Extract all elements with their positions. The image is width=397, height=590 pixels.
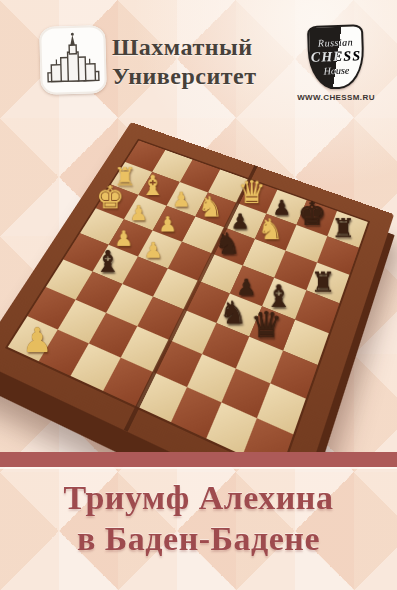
chess-house-text-house: House (324, 66, 350, 77)
university-logo (39, 25, 107, 95)
white-pawn-d3: ♟ (136, 240, 169, 262)
cover-photo: ♛♟♚♜♜♝♟♞♟♞♚♟♟♞♜♟♟♟♝♝♞♛ ♟ (0, 110, 397, 455)
chess-house-text-russian: Russian (318, 37, 353, 48)
university-name: Шахматный Университет (112, 34, 256, 92)
black-knight-e6: ♞ (215, 297, 251, 328)
white-bishop-b2: ♝ (137, 172, 168, 200)
chess-board: ♛♟♚♜♜♝♟♞♟♞♚♟♟♞♜♟♟♟♝♝♞♛ (7, 141, 367, 455)
white-pawn-c2: ♟ (122, 203, 154, 224)
accent-band (0, 452, 397, 467)
black-bishop-e2: ♝ (90, 247, 124, 277)
white-knight-b6: ♞ (254, 215, 287, 244)
white-king-c1: ♚ (94, 181, 126, 213)
black-rook-c8: ♜ (305, 268, 339, 295)
book-title: Триумф Алехина в Баден-Бадене (0, 477, 397, 559)
board-frame: ♛♟♚♜♜♝♟♞♟♞♚♟♟♞♜♟♟♟♝♝♞♛ (0, 122, 394, 455)
chess-house-url: WWW.CHESSM.RU (290, 93, 382, 102)
book-title-line2: в Баден-Бадене (0, 518, 397, 559)
black-rook-a8: ♜ (326, 215, 359, 241)
university-building-icon (44, 31, 101, 88)
white-knight-b4: ♞ (194, 193, 226, 221)
chess-house-logo: Russian CHESS House (307, 24, 365, 90)
university-name-line1: Шахматный (112, 34, 253, 60)
white-pawn-c3: ♟ (151, 214, 183, 235)
chess-house-text-chess: CHESS (311, 49, 362, 65)
chess-house-shield: Russian CHESS House (307, 24, 365, 90)
black-king-a7: ♚ (295, 197, 327, 229)
book-title-line1: Триумф Алехина (0, 477, 397, 518)
white-pawn-b3: ♟ (165, 190, 197, 210)
black-knight-c5: ♞ (210, 229, 243, 258)
university-name-line2: Университет (112, 63, 256, 89)
black-queen-e7: ♛ (248, 307, 284, 343)
off-board-white-pawn: ♟ (22, 320, 52, 360)
square-e4 (152, 268, 198, 309)
white-queen-a5: ♛ (236, 176, 268, 208)
